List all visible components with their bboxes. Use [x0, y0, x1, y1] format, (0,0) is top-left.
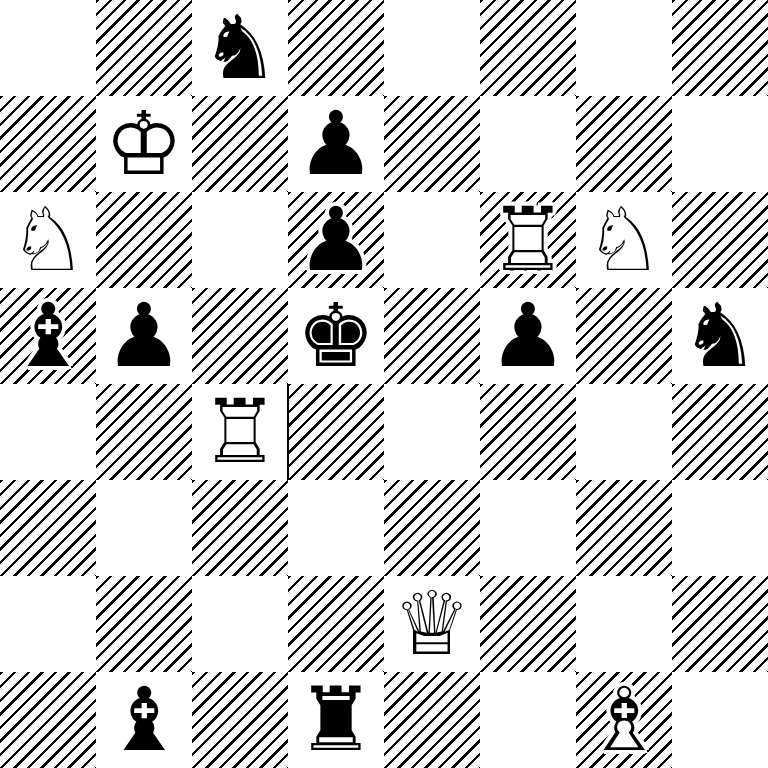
white-queen-fill: ♛: [384, 576, 480, 672]
square-f2[interactable]: [480, 576, 576, 672]
square-c3[interactable]: [192, 480, 288, 576]
piece-white-queen[interactable]: ♕: [384, 576, 480, 672]
square-h7[interactable]: [672, 96, 768, 192]
square-b2[interactable]: [96, 576, 192, 672]
square-e5[interactable]: [384, 288, 480, 384]
square-g7[interactable]: [576, 96, 672, 192]
piece-white-knight[interactable]: ♘: [576, 192, 672, 288]
square-h2[interactable]: [672, 576, 768, 672]
piece-white-rook[interactable]: ♖: [192, 384, 288, 480]
black-pawn-fill: ♟: [96, 288, 192, 384]
black-knight-fill: ♞: [672, 288, 768, 384]
piece-white-rook[interactable]: ♖: [480, 192, 576, 288]
square-e3[interactable]: [384, 480, 480, 576]
white-king-fill: ♚: [96, 96, 192, 192]
square-c7[interactable]: [192, 96, 288, 192]
piece-black-bishop[interactable]: ♝: [96, 672, 192, 768]
square-c4[interactable]: ♜♖: [192, 384, 288, 480]
white-rook-fill: ♜: [192, 384, 288, 480]
square-b5[interactable]: ♟♟: [96, 288, 192, 384]
square-f8[interactable]: [480, 0, 576, 96]
square-g1[interactable]: ♝♗: [576, 672, 672, 768]
square-f5[interactable]: ♟♟: [480, 288, 576, 384]
square-a8[interactable]: [0, 0, 96, 96]
white-knight-fill: ♞: [0, 192, 96, 288]
square-f7[interactable]: [480, 96, 576, 192]
square-g3[interactable]: [576, 480, 672, 576]
piece-black-rook[interactable]: ♜: [288, 672, 384, 768]
square-d8[interactable]: [288, 0, 384, 96]
square-c6[interactable]: [192, 192, 288, 288]
black-knight-fill: ♞: [192, 0, 288, 96]
black-bishop-fill: ♝: [0, 288, 96, 384]
square-e6[interactable]: [384, 192, 480, 288]
black-rook-fill: ♜: [288, 672, 384, 768]
piece-white-bishop[interactable]: ♗: [576, 672, 672, 768]
square-c2[interactable]: [192, 576, 288, 672]
square-d4[interactable]: [288, 384, 384, 480]
piece-black-bishop[interactable]: ♝: [0, 288, 96, 384]
square-d7[interactable]: ♟♟: [288, 96, 384, 192]
black-king-fill: ♚: [288, 288, 384, 384]
square-d1[interactable]: ♜♜: [288, 672, 384, 768]
white-bishop-fill: ♝: [576, 672, 672, 768]
square-g6[interactable]: ♞♘: [576, 192, 672, 288]
square-a5[interactable]: ♝♝: [0, 288, 96, 384]
square-d6[interactable]: ♟♟: [288, 192, 384, 288]
square-f4[interactable]: [480, 384, 576, 480]
square-c8[interactable]: ♞♞: [192, 0, 288, 96]
chess-board-wrap: ♞♞♚♔♟♟♞♘♟♟♜♖♞♘♝♝♟♟♚♚♟♟♞♞♜♖♛♕♝♝♜♜♝♗: [0, 0, 768, 768]
square-a1[interactable]: [0, 672, 96, 768]
square-h5[interactable]: ♞♞: [672, 288, 768, 384]
square-h4[interactable]: [672, 384, 768, 480]
piece-black-knight[interactable]: ♞: [192, 0, 288, 96]
square-d2[interactable]: [288, 576, 384, 672]
white-knight-fill: ♞: [576, 192, 672, 288]
piece-white-knight[interactable]: ♘: [0, 192, 96, 288]
square-b1[interactable]: ♝♝: [96, 672, 192, 768]
white-rook-fill: ♜: [480, 192, 576, 288]
square-e2[interactable]: ♛♕: [384, 576, 480, 672]
piece-black-pawn[interactable]: ♟: [288, 96, 384, 192]
square-d5[interactable]: ♚♚: [288, 288, 384, 384]
square-h3[interactable]: [672, 480, 768, 576]
black-bishop-fill: ♝: [96, 672, 192, 768]
piece-black-king[interactable]: ♚: [288, 288, 384, 384]
black-pawn-fill: ♟: [288, 96, 384, 192]
square-e1[interactable]: [384, 672, 480, 768]
square-d3[interactable]: [288, 480, 384, 576]
black-pawn-fill: ♟: [288, 192, 384, 288]
square-c1[interactable]: [192, 672, 288, 768]
square-b7[interactable]: ♚♔: [96, 96, 192, 192]
square-h8[interactable]: [672, 0, 768, 96]
square-f3[interactable]: [480, 480, 576, 576]
square-g2[interactable]: [576, 576, 672, 672]
square-a7[interactable]: [0, 96, 96, 192]
square-h6[interactable]: [672, 192, 768, 288]
square-e4[interactable]: [384, 384, 480, 480]
square-a6[interactable]: ♞♘: [0, 192, 96, 288]
piece-white-king[interactable]: ♔: [96, 96, 192, 192]
square-h1[interactable]: [672, 672, 768, 768]
square-f1[interactable]: [480, 672, 576, 768]
square-c5[interactable]: [192, 288, 288, 384]
square-e7[interactable]: [384, 96, 480, 192]
chess-board: ♞♞♚♔♟♟♞♘♟♟♜♖♞♘♝♝♟♟♚♚♟♟♞♞♜♖♛♕♝♝♜♜♝♗: [0, 0, 768, 768]
square-f6[interactable]: ♜♖: [480, 192, 576, 288]
square-e8[interactable]: [384, 0, 480, 96]
piece-black-pawn[interactable]: ♟: [480, 288, 576, 384]
piece-black-knight[interactable]: ♞: [672, 288, 768, 384]
square-b6[interactable]: [96, 192, 192, 288]
square-a2[interactable]: [0, 576, 96, 672]
square-a3[interactable]: [0, 480, 96, 576]
piece-black-pawn[interactable]: ♟: [288, 192, 384, 288]
square-g4[interactable]: [576, 384, 672, 480]
square-b8[interactable]: [96, 0, 192, 96]
square-b4[interactable]: [96, 384, 192, 480]
piece-black-pawn[interactable]: ♟: [96, 288, 192, 384]
square-a4[interactable]: [0, 384, 96, 480]
square-b3[interactable]: [96, 480, 192, 576]
square-g5[interactable]: [576, 288, 672, 384]
board-render-artifact-line: [287, 384, 289, 480]
black-pawn-fill: ♟: [480, 288, 576, 384]
square-g8[interactable]: [576, 0, 672, 96]
